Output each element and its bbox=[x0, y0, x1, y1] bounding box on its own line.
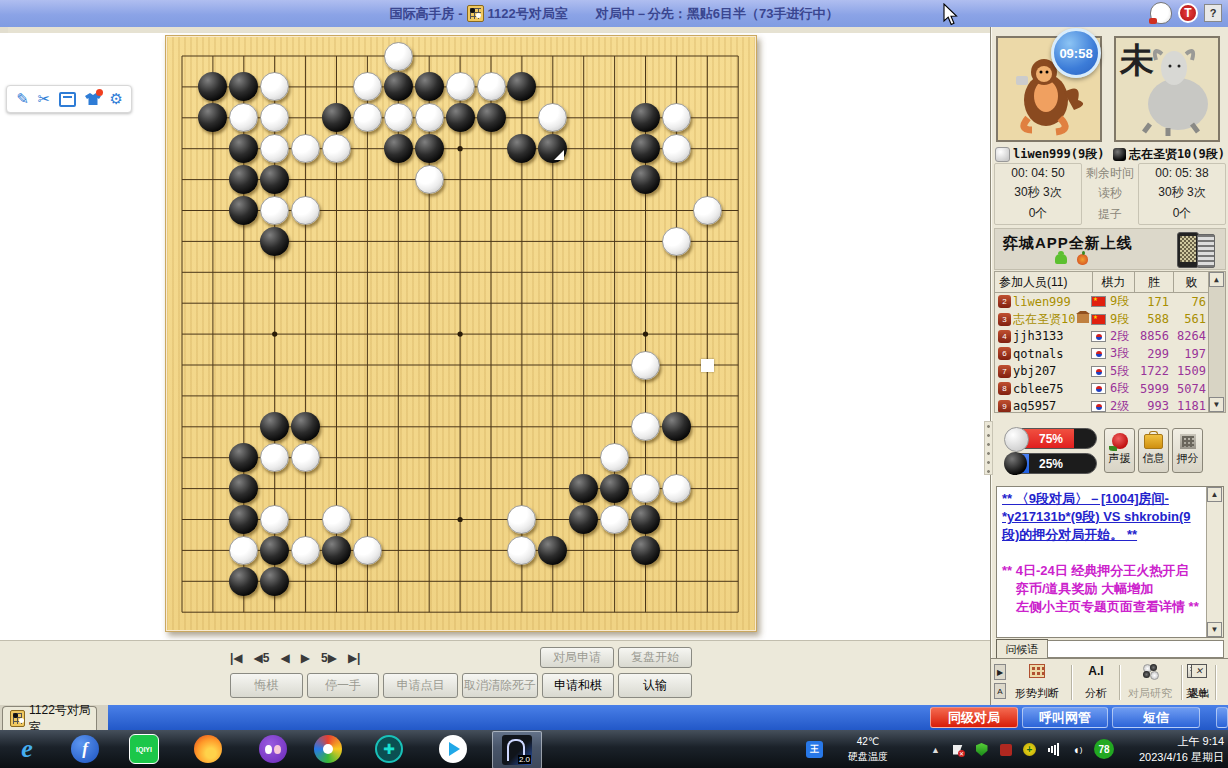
keyboard-icon[interactable] bbox=[59, 92, 75, 107]
rank-badge-icon: 2 bbox=[998, 295, 1011, 308]
participant-wins: 8856 bbox=[1135, 329, 1173, 343]
participant-row[interactable]: 6qotnals3段299197 bbox=[995, 345, 1225, 362]
android-icon bbox=[1055, 254, 1067, 264]
black-remaining-time: 00: 05: 38 bbox=[1139, 166, 1225, 180]
participant-row[interactable]: 8cblee756段59995074 bbox=[995, 380, 1225, 397]
rank-badge-icon: 4 bbox=[998, 330, 1011, 343]
rank-badge-icon: 3 bbox=[998, 313, 1011, 326]
white-stone bbox=[229, 536, 258, 565]
korea-flag-icon bbox=[1091, 348, 1106, 359]
white-stone bbox=[291, 536, 320, 565]
last-move-marker bbox=[553, 149, 565, 161]
black-player-name: 志在圣贤10(9段) bbox=[1113, 146, 1225, 163]
participant-row[interactable]: 4jjh31332段88568264 bbox=[995, 328, 1225, 345]
participant-row[interactable]: 7ybj2075段17221509 bbox=[995, 363, 1225, 380]
disk-temp-label: 硬盘温度 bbox=[832, 749, 904, 764]
move-clock-bubble: 09:58 bbox=[1051, 28, 1101, 78]
building-icon bbox=[1180, 434, 1196, 449]
korea-flag-icon bbox=[1091, 401, 1106, 412]
undo-button[interactable]: 悔棋 bbox=[230, 673, 303, 698]
black-stone bbox=[384, 134, 413, 163]
support-button[interactable]: 声援 bbox=[1104, 428, 1135, 473]
black-timer: 00: 05: 38 30秒 3次 0个 bbox=[1138, 163, 1226, 225]
black-support-bar: 25% bbox=[1005, 453, 1097, 474]
tray-flag-icon[interactable]: ✕ bbox=[950, 742, 965, 757]
tray-tools-icon[interactable] bbox=[998, 742, 1013, 757]
tray-expand-icon[interactable]: ▲ bbox=[928, 742, 943, 757]
participant-rank: 2段 bbox=[1110, 328, 1135, 345]
tray-signal-icon bbox=[1046, 742, 1061, 757]
tray-shield-icon[interactable] bbox=[974, 742, 989, 757]
exit-button[interactable]: ✕ 退出 bbox=[1185, 663, 1213, 702]
black-stone bbox=[260, 227, 289, 256]
participant-rank: 2级 bbox=[1110, 398, 1135, 413]
white-stone bbox=[662, 103, 691, 132]
participant-row[interactable]: 3志在圣贤109段588561 bbox=[995, 310, 1225, 327]
iqiyi-icon[interactable]: IQIYI bbox=[129, 734, 159, 764]
tray-battery-badge[interactable]: 78 bbox=[1094, 739, 1114, 759]
participants-header: 参加人员(11) 棋力 胜 败 bbox=[995, 272, 1225, 293]
phone-qr-icon bbox=[1177, 232, 1217, 268]
black-stone bbox=[631, 165, 660, 194]
pencil-icon[interactable]: ✎ bbox=[16, 90, 29, 108]
tray-plus-icon[interactable]: + bbox=[1022, 742, 1037, 757]
request-count-button[interactable]: 申请点目 bbox=[383, 673, 458, 698]
participant-wins: 171 bbox=[1135, 295, 1173, 309]
tencent-video-icon[interactable] bbox=[438, 734, 468, 764]
betting-panel: 75% 25% 声援 信息 押分 bbox=[991, 419, 1228, 485]
white-stone bbox=[662, 474, 691, 503]
request-draw-button[interactable]: 申请和棋 bbox=[542, 673, 614, 698]
black-stone bbox=[415, 72, 444, 101]
participant-wins: 5999 bbox=[1135, 382, 1173, 396]
participant-losses: 1509 bbox=[1173, 364, 1209, 378]
move-navigation: |◀ ◀5 ◀ ▶ 5▶ ▶| bbox=[230, 651, 360, 665]
participant-losses: 561 bbox=[1173, 312, 1209, 326]
participant-name: liwen999 bbox=[1013, 295, 1091, 309]
window-tab-strip: 1122号对局室 同级对局 呼叫网管 短信 bbox=[0, 705, 1228, 730]
active-app-highlight[interactable]: 2.0 bbox=[492, 731, 542, 768]
participant-losses: 76 bbox=[1173, 295, 1209, 309]
tray-date: 2023/4/16 星期日 bbox=[1112, 749, 1224, 765]
nav-first-button[interactable]: |◀ bbox=[230, 651, 243, 665]
timer-labels: 剩余时间 读秒 提子 bbox=[1082, 163, 1138, 225]
title-bar: 国际高手房 - 1122号对局室 对局中－分先：黑贴6目半（73手进行中） T … bbox=[0, 0, 1228, 28]
white-stone bbox=[260, 505, 289, 534]
firefox-icon[interactable] bbox=[193, 734, 223, 764]
ai-analysis-button[interactable]: A.I 分析 bbox=[1079, 663, 1113, 702]
scissors-icon[interactable]: ✂ bbox=[38, 90, 51, 108]
participant-name: cblee75 bbox=[1013, 382, 1091, 396]
participant-rank: 3段 bbox=[1110, 345, 1135, 362]
nav-last-button[interactable]: ▶| bbox=[348, 651, 361, 665]
house-icon bbox=[1077, 314, 1089, 323]
partial-button[interactable] bbox=[1216, 707, 1228, 728]
black-stone bbox=[662, 412, 691, 441]
white-stone bbox=[415, 165, 444, 194]
black-stone bbox=[322, 536, 351, 565]
participant-row[interactable]: 9ag59572级9931181 bbox=[995, 397, 1225, 413]
ime-mode-icon[interactable]: , bbox=[6, 91, 7, 108]
black-stone bbox=[631, 505, 660, 534]
white-stone bbox=[477, 72, 506, 101]
flash-player-icon[interactable]: f bbox=[70, 734, 100, 764]
black-stone bbox=[631, 134, 660, 163]
app-banner[interactable]: 弈城APP全新上线 bbox=[994, 228, 1226, 270]
white-stone bbox=[631, 474, 660, 503]
participant-wins: 993 bbox=[1135, 399, 1173, 413]
scroll-down-icon[interactable]: ▼ bbox=[1209, 397, 1224, 412]
black-stone bbox=[260, 567, 289, 596]
rose-icon bbox=[1112, 433, 1128, 449]
version-badge: 2.0 bbox=[518, 755, 531, 764]
white-captures: 0个 bbox=[995, 205, 1081, 222]
tygem-logo-icon: T bbox=[1178, 3, 1198, 23]
participant-rank: 6段 bbox=[1110, 380, 1135, 397]
goban-icon bbox=[467, 5, 484, 22]
participant-losses: 197 bbox=[1173, 347, 1209, 361]
white-stone bbox=[446, 72, 475, 101]
white-player-name: liwen999(9段) bbox=[995, 146, 1104, 163]
black-stone bbox=[229, 567, 258, 596]
gear-icon[interactable]: ⚙ bbox=[110, 90, 123, 108]
black-stone bbox=[538, 134, 567, 163]
game-status-text: 对局中－分先：黑贴6目半（73手进行中） bbox=[596, 5, 839, 23]
white-byoyomi: 30秒 3次 bbox=[995, 184, 1081, 201]
white-stone bbox=[384, 42, 413, 71]
black-stone bbox=[446, 103, 475, 132]
right-toolbar: ▶ A 形势判断 A.I 分析 对局研究 菜单 bbox=[991, 658, 1228, 706]
participant-wins: 1722 bbox=[1135, 364, 1173, 378]
goban-icon bbox=[10, 710, 25, 727]
mouse-cursor bbox=[943, 3, 961, 31]
browser-360-icon[interactable] bbox=[313, 734, 343, 764]
black-stone bbox=[260, 536, 289, 565]
rank-badge-icon: 9 bbox=[998, 400, 1011, 413]
taskbar: e f IQIYI ✚ 2.0 bbox=[0, 730, 1228, 768]
game-study-button[interactable]: 对局研究 bbox=[1125, 663, 1175, 702]
participants-scrollbar[interactable]: ▲ ▼ bbox=[1208, 272, 1225, 412]
black-stone bbox=[477, 103, 506, 132]
participant-losses: 1181 bbox=[1173, 399, 1209, 413]
promo-announcement: ** 4日-24日 经典押分王火热开启 弈币/道具奖励 大幅增加 左侧小主页专题… bbox=[1002, 562, 1202, 616]
nav-forward-button[interactable]: ▶ bbox=[301, 651, 310, 665]
announcement-box[interactable]: ** 〈9段对局〉－[1004]房间- *y217131b*(9段) VS sh… bbox=[996, 486, 1224, 638]
white-stone bbox=[291, 196, 320, 225]
tray-clock: 上午 9:14 2023/4/16 星期日 bbox=[1112, 733, 1224, 765]
white-stone bbox=[631, 351, 660, 380]
white-stone bbox=[600, 505, 629, 534]
white-stone bbox=[693, 196, 722, 225]
black-stone bbox=[569, 505, 598, 534]
disk-temp-widget: 42℃ 硬盘温度 bbox=[832, 734, 904, 764]
participant-losses: 8264 bbox=[1173, 329, 1209, 343]
nav-back5-button[interactable]: ◀5 bbox=[254, 651, 270, 665]
scroll-up-icon[interactable]: ▲ bbox=[1207, 487, 1222, 502]
white-stone bbox=[353, 103, 382, 132]
banner-text: 弈城APP全新上线 bbox=[1003, 234, 1133, 253]
room-window-tab[interactable]: 1122号对局室 bbox=[2, 706, 97, 730]
square-marker bbox=[701, 359, 714, 372]
room-number-title: 1122号对局室 bbox=[488, 5, 568, 23]
rank-badge-icon: 7 bbox=[998, 365, 1011, 378]
black-stone-icon bbox=[1113, 148, 1126, 161]
expand-button[interactable]: ▶ bbox=[994, 664, 1006, 680]
participant-wins: 299 bbox=[1135, 347, 1173, 361]
white-stone bbox=[415, 103, 444, 132]
bet-points-button[interactable]: 押分 bbox=[1172, 428, 1203, 473]
disk-temp-value: 42℃ bbox=[832, 734, 904, 749]
eweiqi-client-icon[interactable]: 2.0 bbox=[502, 735, 532, 765]
go-board[interactable] bbox=[165, 35, 757, 632]
white-remaining-time: 00: 04: 50 bbox=[995, 166, 1081, 180]
pass-button[interactable]: 停一手 bbox=[307, 673, 379, 698]
black-stone bbox=[415, 134, 444, 163]
white-stone-icon bbox=[1004, 427, 1029, 452]
participant-losses: 5074 bbox=[1173, 382, 1209, 396]
greeting-tab[interactable]: 问候语 bbox=[996, 639, 1048, 659]
white-stone-icon bbox=[995, 147, 1010, 162]
ai-text-icon: A.I bbox=[1088, 664, 1103, 678]
room-name-title: 国际高手房 - bbox=[390, 5, 463, 23]
participants-body: 2liwen9999段171763志在圣贤109段5885614jjh31332… bbox=[995, 293, 1225, 413]
black-captures: 0个 bbox=[1139, 205, 1225, 222]
tray-volume-icon[interactable]: ◖) bbox=[1070, 742, 1085, 757]
mascot-icon bbox=[1150, 2, 1172, 24]
tray-wang-icon[interactable]: 王 bbox=[806, 741, 823, 758]
estimate-grid-icon bbox=[1029, 664, 1045, 678]
rank-badge-icon: 6 bbox=[998, 347, 1011, 360]
participants-table: 参加人员(11) 棋力 胜 败 2liwen9999段171763志在圣贤109… bbox=[994, 271, 1226, 413]
china-flag-icon bbox=[1091, 296, 1106, 307]
tt-voice-icon[interactable] bbox=[258, 734, 288, 764]
move-clock-value: 09:58 bbox=[1059, 46, 1092, 61]
participant-name: 志在圣贤10 bbox=[1013, 311, 1091, 328]
font-button[interactable]: A bbox=[994, 683, 1006, 699]
health-app-icon[interactable]: ✚ bbox=[374, 734, 404, 764]
request-game-button[interactable]: 对局申请 bbox=[540, 647, 614, 668]
review-start-button[interactable]: 复盘开始 bbox=[618, 647, 692, 668]
participant-rank: 9段 bbox=[1110, 311, 1135, 328]
apple-icon bbox=[1077, 254, 1088, 265]
black-stone bbox=[538, 536, 567, 565]
nav-forward5-button[interactable]: 5▶ bbox=[321, 651, 337, 665]
korea-flag-icon bbox=[1091, 331, 1106, 342]
estimate-button[interactable]: 形势判断 bbox=[1009, 663, 1065, 702]
china-flag-icon bbox=[1091, 314, 1106, 325]
white-stone bbox=[662, 134, 691, 163]
participant-row[interactable]: 2liwen9999段17176 bbox=[995, 293, 1225, 310]
participant-rank: 9段 bbox=[1110, 293, 1135, 310]
chat-scrollbar[interactable]: ▲ ▼ bbox=[1206, 487, 1223, 637]
exit-icon: ✕ bbox=[1191, 664, 1207, 678]
skin-shirt-icon[interactable] bbox=[85, 92, 101, 106]
black-stone bbox=[600, 474, 629, 503]
scroll-up-icon[interactable]: ▲ bbox=[1209, 272, 1224, 287]
white-stone bbox=[260, 196, 289, 225]
white-stone bbox=[384, 103, 413, 132]
korea-flag-icon bbox=[1091, 383, 1106, 394]
stones-icon bbox=[1141, 664, 1159, 678]
briefcase-icon bbox=[1144, 434, 1163, 449]
ime-toolbar[interactable]: , ✎ ✂ ⚙ bbox=[6, 85, 132, 113]
resign-button[interactable]: 认输 bbox=[618, 673, 692, 698]
white-stone bbox=[322, 505, 351, 534]
cancel-dead-button[interactable]: 取消清除死子 bbox=[462, 673, 538, 698]
call-admin-button[interactable]: 呼叫网管 bbox=[1022, 707, 1108, 728]
ie-icon[interactable]: e bbox=[12, 734, 42, 764]
black-stone bbox=[631, 536, 660, 565]
board-controls-panel: |◀ ◀5 ◀ ▶ 5▶ ▶| 对局申请 复盘开始 悔棋 停一手 申请点目 取消… bbox=[0, 640, 990, 706]
game-announcement-link[interactable]: ** 〈9段对局〉－[1004]房间- *y217131b*(9段) VS sh… bbox=[1002, 490, 1202, 544]
participant-name: ag5957 bbox=[1013, 399, 1091, 413]
black-stone-icon bbox=[1004, 452, 1027, 475]
info-button[interactable]: 信息 bbox=[1138, 428, 1169, 473]
tray-time: 上午 9:14 bbox=[1112, 733, 1224, 749]
nav-back-button[interactable]: ◀ bbox=[281, 651, 290, 665]
white-stone bbox=[353, 536, 382, 565]
black-stone bbox=[384, 72, 413, 101]
white-stone bbox=[322, 134, 351, 163]
white-stone bbox=[662, 227, 691, 256]
black-player-avatar: 未 bbox=[1114, 36, 1220, 142]
help-icon[interactable]: ? bbox=[1204, 4, 1222, 22]
black-byoyomi: 30秒 3次 bbox=[1139, 184, 1225, 201]
right-panel: 未 09:58 liwen999(9段) 志在圣贤10(9段) 00: bbox=[990, 27, 1228, 705]
screen: 国际高手房 - 1122号对局室 对局中－分先：黑贴6目半（73手进行中） T … bbox=[0, 0, 1228, 768]
white-timer: 00: 04: 50 30秒 3次 0个 bbox=[994, 163, 1082, 225]
svg-text:未: 未 bbox=[1119, 40, 1154, 80]
participant-name: qotnals bbox=[1013, 347, 1091, 361]
korea-flag-icon bbox=[1091, 366, 1106, 377]
timers-panel: 00: 04: 50 30秒 3次 0个 剩余时间 读秒 提子 00: 05: … bbox=[994, 163, 1226, 225]
white-support-bar: 75% bbox=[1005, 428, 1097, 449]
same-level-game-button[interactable]: 同级对局 bbox=[930, 707, 1018, 728]
scroll-down-icon[interactable]: ▼ bbox=[1207, 622, 1222, 637]
participant-name: ybj207 bbox=[1013, 364, 1091, 378]
chat-input[interactable] bbox=[1047, 640, 1224, 658]
participant-rank: 5段 bbox=[1110, 363, 1135, 380]
participant-name: jjh3133 bbox=[1013, 329, 1091, 343]
participant-wins: 588 bbox=[1135, 312, 1173, 326]
rank-badge-icon: 8 bbox=[998, 382, 1011, 395]
sms-button[interactable]: 短信 bbox=[1112, 707, 1200, 728]
